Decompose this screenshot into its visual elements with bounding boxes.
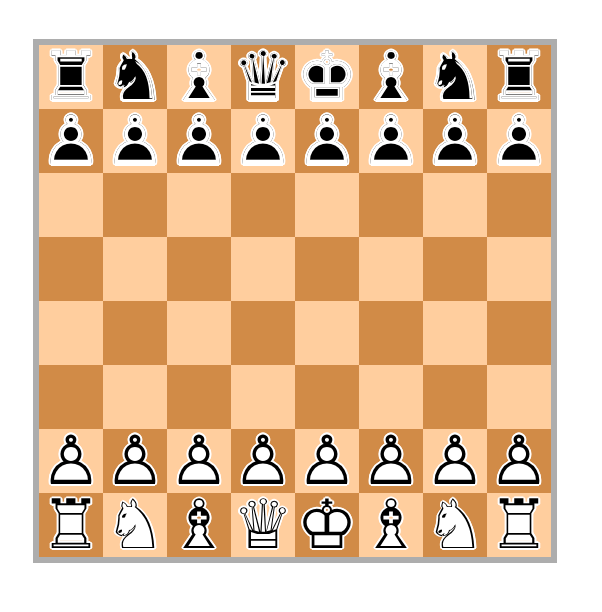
white-pawn[interactable]: ♟♙: [103, 429, 167, 493]
piece-outline-glyph: ♖: [39, 493, 103, 557]
square-c7[interactable]: ♟♙: [167, 109, 231, 173]
board-outer-frame: ♜♖♞♘♝♗♛♕♚♔♝♗♞♘♜♖♟♙♟♙♟♙♟♙♟♙♟♙♟♙♟♙♟♙♟♙♟♙♟♙…: [31, 37, 559, 565]
piece-outline-glyph: ♙: [103, 429, 167, 493]
square-d7[interactable]: ♟♙: [231, 109, 295, 173]
square-h8[interactable]: ♜♖: [487, 45, 551, 109]
square-h2[interactable]: ♟♙: [487, 429, 551, 493]
piece-outline-glyph: ♙: [487, 109, 551, 173]
square-c6[interactable]: [167, 173, 231, 237]
white-pawn[interactable]: ♟♙: [423, 429, 487, 493]
square-f5[interactable]: [359, 237, 423, 301]
piece-outline-glyph: ♖: [39, 45, 103, 109]
square-a4[interactable]: [39, 301, 103, 365]
square-e5[interactable]: [295, 237, 359, 301]
board-gray-frame: ♜♖♞♘♝♗♛♕♚♔♝♗♞♘♜♖♟♙♟♙♟♙♟♙♟♙♟♙♟♙♟♙♟♙♟♙♟♙♟♙…: [33, 39, 557, 563]
black-bishop[interactable]: ♝♗: [167, 45, 231, 109]
square-c3[interactable]: [167, 365, 231, 429]
square-e4[interactable]: [295, 301, 359, 365]
piece-outline-glyph: ♖: [487, 45, 551, 109]
piece-outline-glyph: ♘: [103, 45, 167, 109]
square-c2[interactable]: ♟♙: [167, 429, 231, 493]
white-king[interactable]: ♚♔: [295, 493, 359, 557]
square-b8[interactable]: ♞♘: [103, 45, 167, 109]
piece-outline-glyph: ♘: [103, 493, 167, 557]
white-rook[interactable]: ♜♖: [487, 493, 551, 557]
square-e3[interactable]: [295, 365, 359, 429]
black-pawn[interactable]: ♟♙: [39, 109, 103, 173]
square-f4[interactable]: [359, 301, 423, 365]
square-g5[interactable]: [423, 237, 487, 301]
black-pawn[interactable]: ♟♙: [231, 109, 295, 173]
piece-outline-glyph: ♔: [295, 45, 359, 109]
piece-outline-glyph: ♙: [423, 109, 487, 173]
white-pawn[interactable]: ♟♙: [295, 429, 359, 493]
piece-outline-glyph: ♘: [423, 493, 487, 557]
square-d2[interactable]: ♟♙: [231, 429, 295, 493]
square-g4[interactable]: [423, 301, 487, 365]
square-g3[interactable]: [423, 365, 487, 429]
piece-outline-glyph: ♙: [295, 429, 359, 493]
black-queen[interactable]: ♛♕: [231, 45, 295, 109]
square-b3[interactable]: [103, 365, 167, 429]
chess-screenshot: ♜♖♞♘♝♗♛♕♚♔♝♗♞♘♜♖♟♙♟♙♟♙♟♙♟♙♟♙♟♙♟♙♟♙♟♙♟♙♟♙…: [0, 0, 602, 612]
square-d3[interactable]: [231, 365, 295, 429]
black-rook[interactable]: ♜♖: [39, 45, 103, 109]
black-pawn[interactable]: ♟♙: [423, 109, 487, 173]
square-g6[interactable]: [423, 173, 487, 237]
black-pawn[interactable]: ♟♙: [167, 109, 231, 173]
piece-outline-glyph: ♙: [167, 109, 231, 173]
piece-outline-glyph: ♔: [295, 493, 359, 557]
square-c4[interactable]: [167, 301, 231, 365]
white-queen[interactable]: ♛♕: [231, 493, 295, 557]
piece-outline-glyph: ♙: [39, 109, 103, 173]
square-a2[interactable]: ♟♙: [39, 429, 103, 493]
square-b5[interactable]: [103, 237, 167, 301]
white-pawn[interactable]: ♟♙: [359, 429, 423, 493]
square-c1[interactable]: ♝♗: [167, 493, 231, 557]
piece-outline-glyph: ♘: [423, 45, 487, 109]
piece-outline-glyph: ♙: [39, 429, 103, 493]
square-f7[interactable]: ♟♙: [359, 109, 423, 173]
square-b6[interactable]: [103, 173, 167, 237]
square-e2[interactable]: ♟♙: [295, 429, 359, 493]
square-e8[interactable]: ♚♔: [295, 45, 359, 109]
square-b2[interactable]: ♟♙: [103, 429, 167, 493]
square-h3[interactable]: [487, 365, 551, 429]
square-a6[interactable]: [39, 173, 103, 237]
square-h1[interactable]: ♜♖: [487, 493, 551, 557]
square-b1[interactable]: ♞♘: [103, 493, 167, 557]
piece-outline-glyph: ♗: [359, 493, 423, 557]
piece-outline-glyph: ♖: [487, 493, 551, 557]
white-knight[interactable]: ♞♘: [103, 493, 167, 557]
piece-outline-glyph: ♙: [167, 429, 231, 493]
piece-outline-glyph: ♙: [423, 429, 487, 493]
piece-outline-glyph: ♙: [359, 429, 423, 493]
square-f8[interactable]: ♝♗: [359, 45, 423, 109]
square-h4[interactable]: [487, 301, 551, 365]
piece-outline-glyph: ♙: [231, 109, 295, 173]
square-f6[interactable]: [359, 173, 423, 237]
square-h7[interactable]: ♟♙: [487, 109, 551, 173]
square-c5[interactable]: [167, 237, 231, 301]
piece-outline-glyph: ♕: [231, 493, 295, 557]
square-g2[interactable]: ♟♙: [423, 429, 487, 493]
piece-outline-glyph: ♙: [231, 429, 295, 493]
black-pawn[interactable]: ♟♙: [487, 109, 551, 173]
black-pawn[interactable]: ♟♙: [295, 109, 359, 173]
square-f2[interactable]: ♟♙: [359, 429, 423, 493]
piece-outline-glyph: ♗: [167, 493, 231, 557]
square-g1[interactable]: ♞♘: [423, 493, 487, 557]
square-a3[interactable]: [39, 365, 103, 429]
square-c8[interactable]: ♝♗: [167, 45, 231, 109]
square-d6[interactable]: [231, 173, 295, 237]
square-g7[interactable]: ♟♙: [423, 109, 487, 173]
black-pawn[interactable]: ♟♙: [103, 109, 167, 173]
white-pawn[interactable]: ♟♙: [487, 429, 551, 493]
square-d5[interactable]: [231, 237, 295, 301]
square-h5[interactable]: [487, 237, 551, 301]
square-g8[interactable]: ♞♘: [423, 45, 487, 109]
square-a5[interactable]: [39, 237, 103, 301]
white-knight[interactable]: ♞♘: [423, 493, 487, 557]
black-knight[interactable]: ♞♘: [103, 45, 167, 109]
white-bishop[interactable]: ♝♗: [359, 493, 423, 557]
square-f1[interactable]: ♝♗: [359, 493, 423, 557]
piece-outline-glyph: ♙: [295, 109, 359, 173]
square-e6[interactable]: [295, 173, 359, 237]
square-b7[interactable]: ♟♙: [103, 109, 167, 173]
square-f3[interactable]: [359, 365, 423, 429]
square-e1[interactable]: ♚♔: [295, 493, 359, 557]
white-rook[interactable]: ♜♖: [39, 493, 103, 557]
piece-outline-glyph: ♕: [231, 45, 295, 109]
white-pawn[interactable]: ♟♙: [167, 429, 231, 493]
square-a7[interactable]: ♟♙: [39, 109, 103, 173]
square-d8[interactable]: ♛♕: [231, 45, 295, 109]
piece-outline-glyph: ♙: [103, 109, 167, 173]
piece-outline-glyph: ♙: [359, 109, 423, 173]
white-bishop[interactable]: ♝♗: [167, 493, 231, 557]
piece-outline-glyph: ♗: [359, 45, 423, 109]
black-rook[interactable]: ♜♖: [487, 45, 551, 109]
square-a1[interactable]: ♜♖: [39, 493, 103, 557]
square-b4[interactable]: [103, 301, 167, 365]
black-pawn[interactable]: ♟♙: [359, 109, 423, 173]
chess-board: ♜♖♞♘♝♗♛♕♚♔♝♗♞♘♜♖♟♙♟♙♟♙♟♙♟♙♟♙♟♙♟♙♟♙♟♙♟♙♟♙…: [39, 45, 551, 557]
black-king[interactable]: ♚♔: [295, 45, 359, 109]
square-e7[interactable]: ♟♙: [295, 109, 359, 173]
square-d4[interactable]: [231, 301, 295, 365]
piece-outline-glyph: ♙: [487, 429, 551, 493]
black-bishop[interactable]: ♝♗: [359, 45, 423, 109]
black-knight[interactable]: ♞♘: [423, 45, 487, 109]
white-pawn[interactable]: ♟♙: [39, 429, 103, 493]
square-a8[interactable]: ♜♖: [39, 45, 103, 109]
piece-outline-glyph: ♗: [167, 45, 231, 109]
square-d1[interactable]: ♛♕: [231, 493, 295, 557]
square-h6[interactable]: [487, 173, 551, 237]
white-pawn[interactable]: ♟♙: [231, 429, 295, 493]
